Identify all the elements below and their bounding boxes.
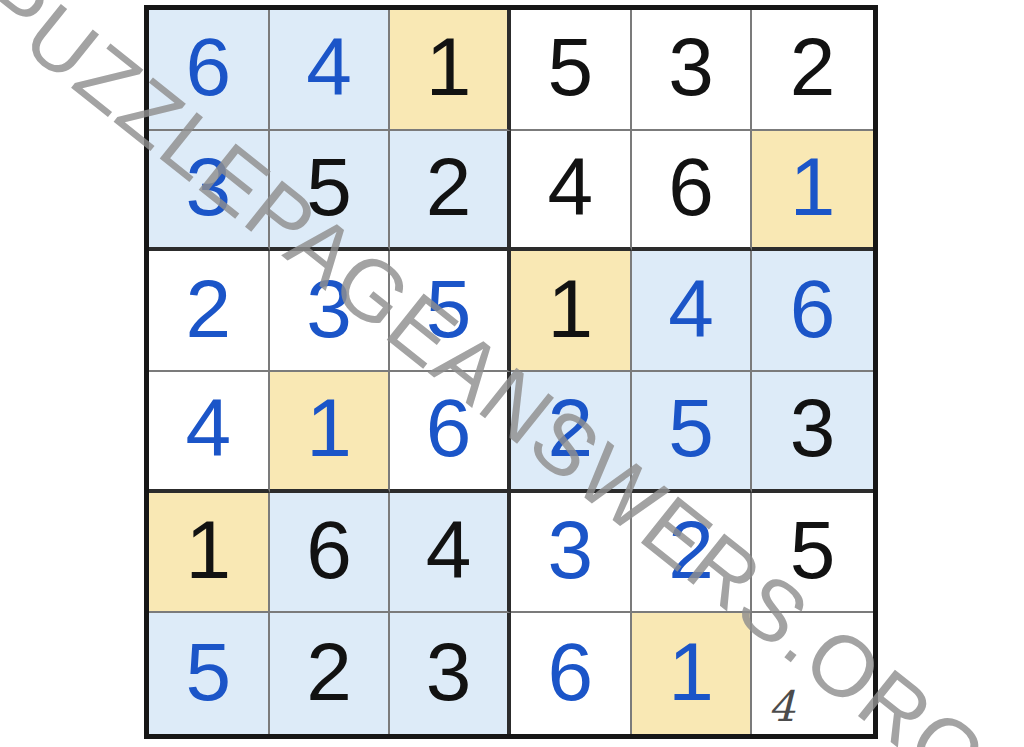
digit: 5 <box>790 509 836 591</box>
digit: 2 <box>426 146 472 228</box>
cell-r4c5[interactable]: 5 <box>632 372 753 493</box>
digit: 6 <box>668 146 714 228</box>
cell-r4c3[interactable]: 6 <box>390 372 511 493</box>
cell-r4c1[interactable]: 4 <box>149 372 270 493</box>
cell-r1c2[interactable]: 4 <box>270 10 391 131</box>
digit: 6 <box>426 387 472 469</box>
digit: 6 <box>548 631 594 713</box>
cell-r4c4[interactable]: 2 <box>511 372 632 493</box>
digit: 3 <box>306 268 352 350</box>
pencil-mark: 4 <box>768 686 795 728</box>
cell-r3c2[interactable]: 3 <box>270 251 391 372</box>
digit: 4 <box>426 509 472 591</box>
cell-r4c2[interactable]: 1 <box>270 372 391 493</box>
cell-r5c6[interactable]: 5 <box>752 493 873 614</box>
cell-r1c5[interactable]: 3 <box>632 10 753 131</box>
cell-r1c1[interactable]: 6 <box>149 10 270 131</box>
cell-r3c5[interactable]: 4 <box>632 251 753 372</box>
cell-r6c6[interactable]: 4 <box>752 613 873 734</box>
digit: 1 <box>426 26 472 108</box>
cell-r6c1[interactable]: 5 <box>149 613 270 734</box>
page: 641532352461235146416253164325523614 PUZ… <box>0 0 1024 747</box>
digit: 2 <box>668 509 714 591</box>
digit: 1 <box>548 268 594 350</box>
digit: 1 <box>790 146 836 228</box>
cell-r2c2[interactable]: 5 <box>270 131 391 252</box>
digit: 6 <box>306 509 352 591</box>
cell-r5c3[interactable]: 4 <box>390 493 511 614</box>
digit: 4 <box>306 26 352 108</box>
cell-r3c3[interactable]: 5 <box>390 251 511 372</box>
digit: 3 <box>668 26 714 108</box>
cell-r2c1[interactable]: 3 <box>149 131 270 252</box>
digit: 5 <box>186 631 232 713</box>
digit: 3 <box>790 387 836 469</box>
cell-r5c1[interactable]: 1 <box>149 493 270 614</box>
digit: 1 <box>668 631 714 713</box>
cell-r3c6[interactable]: 6 <box>752 251 873 372</box>
digit: 3 <box>186 146 232 228</box>
cell-r6c5[interactable]: 1 <box>632 613 753 734</box>
digit: 4 <box>548 146 594 228</box>
cell-r1c3[interactable]: 1 <box>390 10 511 131</box>
cell-r6c3[interactable]: 3 <box>390 613 511 734</box>
digit: 1 <box>306 387 352 469</box>
cell-r2c5[interactable]: 6 <box>632 131 753 252</box>
cell-r6c4[interactable]: 6 <box>511 613 632 734</box>
digit: 2 <box>790 26 836 108</box>
cell-r5c4[interactable]: 3 <box>511 493 632 614</box>
cell-r1c4[interactable]: 5 <box>511 10 632 131</box>
digit: 6 <box>790 268 836 350</box>
digit: 4 <box>668 268 714 350</box>
cell-r6c2[interactable]: 2 <box>270 613 391 734</box>
digit: 5 <box>306 146 352 228</box>
digit: 6 <box>186 26 232 108</box>
cell-r2c6[interactable]: 1 <box>752 131 873 252</box>
cell-r2c3[interactable]: 2 <box>390 131 511 252</box>
cell-r1c6[interactable]: 2 <box>752 10 873 131</box>
digit: 5 <box>548 26 594 108</box>
digit: 1 <box>186 509 232 591</box>
digit: 2 <box>306 631 352 713</box>
cell-r5c2[interactable]: 6 <box>270 493 391 614</box>
digit: 2 <box>186 268 232 350</box>
digit: 3 <box>426 631 472 713</box>
digit: 2 <box>548 387 594 469</box>
cell-r4c6[interactable]: 3 <box>752 372 873 493</box>
digit: 5 <box>668 387 714 469</box>
cell-r3c4[interactable]: 1 <box>511 251 632 372</box>
digit: 4 <box>186 387 232 469</box>
cell-r3c1[interactable]: 2 <box>149 251 270 372</box>
cell-r5c5[interactable]: 2 <box>632 493 753 614</box>
sudoku-board: 641532352461235146416253164325523614 <box>144 5 878 739</box>
digit: 5 <box>426 268 472 350</box>
cell-r2c4[interactable]: 4 <box>511 131 632 252</box>
digit: 3 <box>548 509 594 591</box>
